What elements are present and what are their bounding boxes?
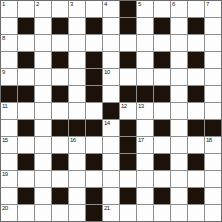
white-cell[interactable] [154,103,170,119]
white-cell[interactable]: 9 [1,69,17,85]
black-cell [120,137,136,153]
white-cell[interactable] [69,18,85,34]
white-cell[interactable] [137,205,153,221]
black-cell [86,52,102,68]
white-cell[interactable] [120,171,136,187]
white-cell[interactable] [103,35,119,51]
white-cell[interactable] [103,18,119,34]
clue-number: 11 [2,103,7,110]
white-cell[interactable] [18,35,34,51]
black-cell [52,86,68,102]
white-cell[interactable] [171,69,187,85]
black-cell [52,188,68,204]
white-cell[interactable]: 4 [103,1,119,17]
clue-number: 5 [138,1,141,8]
white-cell[interactable] [69,35,85,51]
white-cell[interactable] [69,171,85,187]
white-cell[interactable]: 20 [1,205,17,221]
clue-number: 16 [70,137,76,144]
clue-number: 19 [2,171,8,178]
black-cell [120,188,136,204]
white-cell[interactable] [103,188,119,204]
clue-number: 10 [104,69,110,76]
white-cell[interactable] [137,69,153,85]
white-cell[interactable] [154,35,170,51]
black-cell [188,52,204,68]
white-cell[interactable] [1,188,17,204]
white-cell[interactable] [1,154,17,170]
white-cell[interactable] [69,52,85,68]
white-cell[interactable] [18,137,34,153]
white-cell[interactable]: 18 [205,137,221,153]
white-cell[interactable] [120,35,136,51]
white-cell[interactable] [188,35,204,51]
white-cell[interactable] [171,154,187,170]
white-cell[interactable] [86,137,102,153]
white-cell[interactable] [18,69,34,85]
white-cell[interactable] [205,154,221,170]
white-cell[interactable] [137,35,153,51]
white-cell[interactable]: 21 [103,205,119,221]
white-cell[interactable] [35,35,51,51]
black-cell [86,86,102,102]
white-cell[interactable]: 17 [137,137,153,153]
white-cell[interactable] [171,35,187,51]
white-cell[interactable] [171,120,187,136]
white-cell[interactable] [154,1,170,17]
white-cell[interactable] [205,205,221,221]
clue-number: 15 [2,137,8,144]
white-cell[interactable] [120,205,136,221]
black-cell [137,86,153,102]
white-cell[interactable] [52,137,68,153]
white-cell[interactable] [35,18,51,34]
white-cell[interactable] [69,154,85,170]
white-cell[interactable] [205,86,221,102]
white-cell[interactable]: 5 [137,1,153,17]
white-cell[interactable] [205,69,221,85]
black-cell [86,120,102,136]
black-cell [120,120,136,136]
black-cell [18,18,34,34]
white-cell[interactable]: 8 [1,35,17,51]
white-cell[interactable] [1,52,17,68]
black-cell [52,52,68,68]
white-cell[interactable]: 7 [205,1,221,17]
white-cell[interactable] [35,120,51,136]
white-cell[interactable] [154,69,170,85]
black-cell [154,52,170,68]
black-cell [120,86,136,102]
white-cell[interactable] [103,86,119,102]
white-cell[interactable] [205,52,221,68]
white-cell[interactable] [103,137,119,153]
white-cell[interactable] [86,103,102,119]
black-cell [120,1,136,17]
white-cell[interactable]: 12 [120,103,136,119]
white-cell[interactable] [35,86,51,102]
white-cell[interactable] [35,103,51,119]
white-cell[interactable] [69,188,85,204]
white-cell[interactable] [35,188,51,204]
white-cell[interactable]: 14 [103,120,119,136]
black-cell [154,120,170,136]
black-cell [86,154,102,170]
white-cell[interactable] [86,171,102,187]
white-cell[interactable] [137,188,153,204]
white-cell[interactable] [35,154,51,170]
black-cell [86,205,102,221]
white-cell[interactable] [69,69,85,85]
white-cell[interactable] [86,35,102,51]
white-cell[interactable]: 1 [1,1,17,17]
white-cell[interactable] [103,171,119,187]
clue-number: 2 [36,1,39,8]
clue-number: 9 [2,69,5,76]
white-cell[interactable]: 13 [137,103,153,119]
black-cell [188,154,204,170]
white-cell[interactable]: 15 [1,137,17,153]
white-cell[interactable] [52,69,68,85]
black-cell [86,69,102,85]
black-cell [18,188,34,204]
white-cell[interactable] [188,137,204,153]
black-cell [18,154,34,170]
black-cell [18,120,34,136]
white-cell[interactable] [18,205,34,221]
white-cell[interactable] [35,171,51,187]
white-cell[interactable] [18,171,34,187]
black-cell [205,120,221,136]
white-cell[interactable] [52,35,68,51]
white-cell[interactable] [205,188,221,204]
white-cell[interactable] [120,69,136,85]
black-cell [154,188,170,204]
white-cell[interactable] [205,103,221,119]
black-cell [103,103,119,119]
black-cell [154,154,170,170]
white-cell[interactable] [154,205,170,221]
white-cell[interactable] [137,18,153,34]
white-cell[interactable] [205,35,221,51]
white-cell[interactable] [137,52,153,68]
white-cell[interactable] [171,86,187,102]
white-cell[interactable] [52,205,68,221]
white-cell[interactable] [154,171,170,187]
clue-number: 4 [104,1,107,8]
white-cell[interactable] [188,69,204,85]
white-cell[interactable] [1,120,17,136]
white-cell[interactable] [171,171,187,187]
white-cell[interactable]: 10 [103,69,119,85]
black-cell [188,86,204,102]
white-cell[interactable] [35,137,51,153]
clue-number: 3 [70,1,73,8]
clue-number: 7 [206,1,209,8]
clue-number: 21 [104,205,110,212]
clue-number: 12 [121,103,127,110]
white-cell[interactable] [188,205,204,221]
white-cell[interactable] [52,103,68,119]
white-cell[interactable] [205,171,221,187]
black-cell [1,86,17,102]
white-cell[interactable] [171,18,187,34]
black-cell [18,52,34,68]
clue-number: 1 [2,1,5,8]
white-cell[interactable] [137,120,153,136]
white-cell[interactable] [171,205,187,221]
black-cell [188,18,204,34]
white-cell[interactable] [35,52,51,68]
white-cell[interactable] [205,18,221,34]
clue-number: 6 [172,1,175,8]
white-cell[interactable]: 19 [1,171,17,187]
clue-number: 20 [2,205,8,212]
white-cell[interactable] [171,103,187,119]
white-cell[interactable] [171,52,187,68]
black-cell [120,18,136,34]
black-cell [154,86,170,102]
black-cell [86,18,102,34]
white-cell[interactable] [137,154,153,170]
black-cell [86,188,102,204]
black-cell [188,120,204,136]
white-cell[interactable] [86,1,102,17]
clue-number: 13 [138,103,144,110]
black-cell [52,18,68,34]
white-cell[interactable] [171,188,187,204]
black-cell [18,86,34,102]
white-cell[interactable] [188,1,204,17]
clue-number: 14 [104,120,110,127]
white-cell[interactable] [137,171,153,187]
white-cell[interactable]: 3 [69,1,85,17]
white-cell[interactable] [18,103,34,119]
black-cell [69,120,85,136]
white-cell[interactable] [52,171,68,187]
black-cell [154,18,170,34]
white-cell[interactable] [35,205,51,221]
black-cell [120,52,136,68]
white-cell[interactable]: 6 [171,1,187,17]
white-cell[interactable] [52,1,68,17]
white-cell[interactable] [171,137,187,153]
black-cell [120,154,136,170]
white-cell[interactable] [103,52,119,68]
white-cell[interactable]: 2 [35,1,51,17]
black-cell [52,154,68,170]
white-cell[interactable] [154,137,170,153]
white-cell[interactable] [103,154,119,170]
white-cell[interactable]: 11 [1,103,17,119]
black-cell [188,188,204,204]
clue-number: 18 [206,137,212,144]
white-cell[interactable] [18,1,34,17]
black-cell [52,120,68,136]
white-cell[interactable] [69,86,85,102]
white-cell[interactable] [69,205,85,221]
clue-number: 8 [2,35,5,42]
white-cell[interactable] [69,103,85,119]
white-cell[interactable] [35,69,51,85]
white-cell[interactable] [1,18,17,34]
clue-number: 17 [138,137,144,144]
white-cell[interactable]: 16 [69,137,85,153]
white-cell[interactable] [188,103,204,119]
white-cell[interactable] [188,171,204,187]
crossword-grid: 123456789101112131415161718192021 [0,0,222,222]
